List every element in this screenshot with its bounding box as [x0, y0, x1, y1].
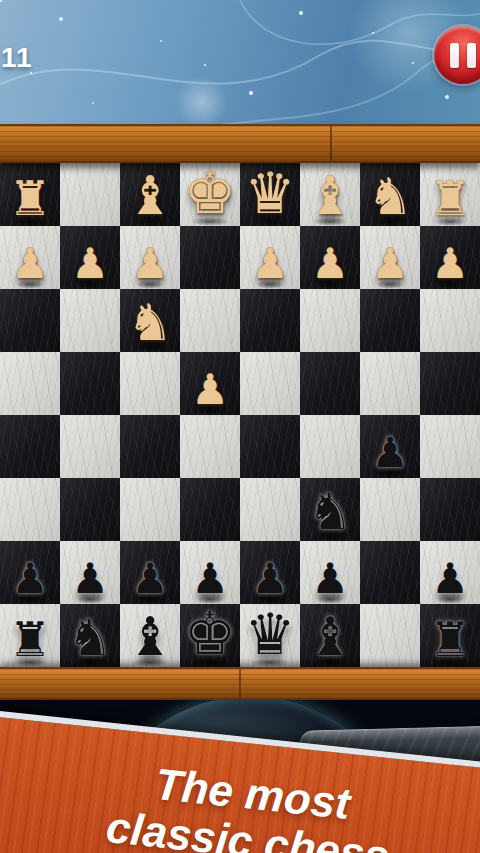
piece-bP-b5[interactable]: ♟: [371, 432, 409, 478]
square-a1[interactable]: ♜: [420, 163, 480, 226]
wood-seam: [330, 126, 332, 161]
square-e7[interactable]: ♟: [180, 541, 240, 604]
square-a2[interactable]: ♟: [420, 226, 480, 289]
piece-wP-a2[interactable]: ♟: [431, 243, 469, 289]
pause-button[interactable]: [434, 26, 480, 84]
square-c8[interactable]: ♝: [300, 604, 360, 667]
square-b3[interactable]: [360, 289, 420, 352]
piece-bN-g8[interactable]: ♞: [67, 612, 113, 667]
square-c1[interactable]: ♝: [300, 163, 360, 226]
piece-wP-d2[interactable]: ♟: [251, 243, 289, 289]
piece-bP-d7[interactable]: ♟: [251, 558, 289, 604]
square-h6[interactable]: [0, 478, 60, 541]
square-b5[interactable]: ♟: [360, 415, 420, 478]
wood-seam: [239, 669, 241, 698]
square-a3[interactable]: [420, 289, 480, 352]
piece-bP-f7[interactable]: ♟: [131, 558, 169, 604]
piece-wP-g2[interactable]: ♟: [71, 243, 109, 289]
square-g5[interactable]: [60, 415, 120, 478]
piece-wP-h2[interactable]: ♟: [11, 243, 49, 289]
square-h5[interactable]: [0, 415, 60, 478]
square-d4[interactable]: [240, 352, 300, 415]
square-c5[interactable]: [300, 415, 360, 478]
pause-bar: [450, 43, 459, 68]
square-d1[interactable]: ♛: [240, 163, 300, 226]
square-b4[interactable]: [360, 352, 420, 415]
square-g3[interactable]: [60, 289, 120, 352]
square-a8[interactable]: ♜: [420, 604, 480, 667]
piece-wN-b1[interactable]: ♞: [367, 171, 413, 226]
square-h8[interactable]: ♜: [0, 604, 60, 667]
square-a7[interactable]: ♟: [420, 541, 480, 604]
square-d8[interactable]: ♛: [240, 604, 300, 667]
piece-bB-f8[interactable]: ♝: [126, 610, 174, 667]
square-b1[interactable]: ♞: [360, 163, 420, 226]
square-g2[interactable]: ♟: [60, 226, 120, 289]
piece-wR-h1[interactable]: ♜: [8, 174, 51, 226]
square-f2[interactable]: ♟: [120, 226, 180, 289]
square-f7[interactable]: ♟: [120, 541, 180, 604]
square-a6[interactable]: [420, 478, 480, 541]
piece-wQ-d1[interactable]: ♛: [244, 165, 295, 226]
square-h2[interactable]: ♟: [0, 226, 60, 289]
square-e1[interactable]: ♚: [180, 163, 240, 226]
square-g7[interactable]: ♟: [60, 541, 120, 604]
square-g4[interactable]: [60, 352, 120, 415]
stars: [0, 0, 2, 2]
square-h7[interactable]: ♟: [0, 541, 60, 604]
piece-bR-h8[interactable]: ♜: [8, 615, 51, 667]
square-b2[interactable]: ♟: [360, 226, 420, 289]
square-e2[interactable]: [180, 226, 240, 289]
board-frame-bottom: [0, 667, 480, 700]
square-c2[interactable]: ♟: [300, 226, 360, 289]
piece-wB-c1[interactable]: ♝: [306, 169, 354, 226]
board-frame-top: [0, 124, 480, 163]
piece-wK-e1[interactable]: ♚: [184, 163, 237, 226]
piece-bP-c7[interactable]: ♟: [311, 558, 349, 604]
square-d6[interactable]: [240, 478, 300, 541]
square-e3[interactable]: [180, 289, 240, 352]
pause-icon: [434, 26, 480, 84]
piece-bB-c8[interactable]: ♝: [306, 610, 354, 667]
piece-bP-e7[interactable]: ♟: [191, 558, 229, 604]
piece-wN-f3[interactable]: ♞: [127, 297, 173, 352]
square-f5[interactable]: [120, 415, 180, 478]
piece-wR-a1[interactable]: ♜: [428, 174, 471, 226]
piece-bP-a7[interactable]: ♟: [431, 558, 469, 604]
game-screen: 11 ♜♝♚♛♝♞♜♟♟♟♟♟♟♟♞♟♟♞♟♟♟♟♟♟♟♜♞♝♚♛♝♜ ♟ ♟ …: [0, 0, 480, 853]
square-h1[interactable]: ♜: [0, 163, 60, 226]
square-f1[interactable]: ♝: [120, 163, 180, 226]
square-c6[interactable]: ♞: [300, 478, 360, 541]
square-a5[interactable]: [420, 415, 480, 478]
piece-wP-c2[interactable]: ♟: [311, 243, 349, 289]
square-g8[interactable]: ♞: [60, 604, 120, 667]
square-f3[interactable]: ♞: [120, 289, 180, 352]
square-e5[interactable]: [180, 415, 240, 478]
piece-bQ-d8[interactable]: ♛: [244, 606, 295, 667]
square-d3[interactable]: [240, 289, 300, 352]
piece-bP-g7[interactable]: ♟: [71, 558, 109, 604]
square-b7[interactable]: [360, 541, 420, 604]
piece-bP-h7[interactable]: ♟: [11, 558, 49, 604]
counter-text: 11: [1, 42, 33, 74]
square-b8[interactable]: [360, 604, 420, 667]
piece-wP-e4[interactable]: ♟: [191, 369, 229, 415]
piece-wP-f2[interactable]: ♟: [131, 243, 169, 289]
square-c7[interactable]: ♟: [300, 541, 360, 604]
piece-wP-b2[interactable]: ♟: [371, 243, 409, 289]
square-d2[interactable]: ♟: [240, 226, 300, 289]
square-g1[interactable]: [60, 163, 120, 226]
piece-wB-f1[interactable]: ♝: [126, 169, 174, 226]
piece-bK-e8[interactable]: ♚: [184, 604, 237, 667]
square-d5[interactable]: [240, 415, 300, 478]
piece-bN-c6[interactable]: ♞: [307, 486, 353, 541]
square-g6[interactable]: [60, 478, 120, 541]
square-c4[interactable]: [300, 352, 360, 415]
square-a4[interactable]: [420, 352, 480, 415]
square-b6[interactable]: [360, 478, 420, 541]
square-c3[interactable]: [300, 289, 360, 352]
square-e8[interactable]: ♚: [180, 604, 240, 667]
square-h3[interactable]: [0, 289, 60, 352]
pause-bar: [467, 43, 476, 68]
piece-bR-a8[interactable]: ♜: [428, 615, 471, 667]
square-f6[interactable]: [120, 478, 180, 541]
square-f8[interactable]: ♝: [120, 604, 180, 667]
chess-board: ♜♝♚♛♝♞♜♟♟♟♟♟♟♟♞♟♟♞♟♟♟♟♟♟♟♜♞♝♚♛♝♜: [0, 163, 480, 667]
square-d7[interactable]: ♟: [240, 541, 300, 604]
square-e4[interactable]: ♟: [180, 352, 240, 415]
square-f4[interactable]: [120, 352, 180, 415]
square-e6[interactable]: [180, 478, 240, 541]
square-h4[interactable]: [0, 352, 60, 415]
